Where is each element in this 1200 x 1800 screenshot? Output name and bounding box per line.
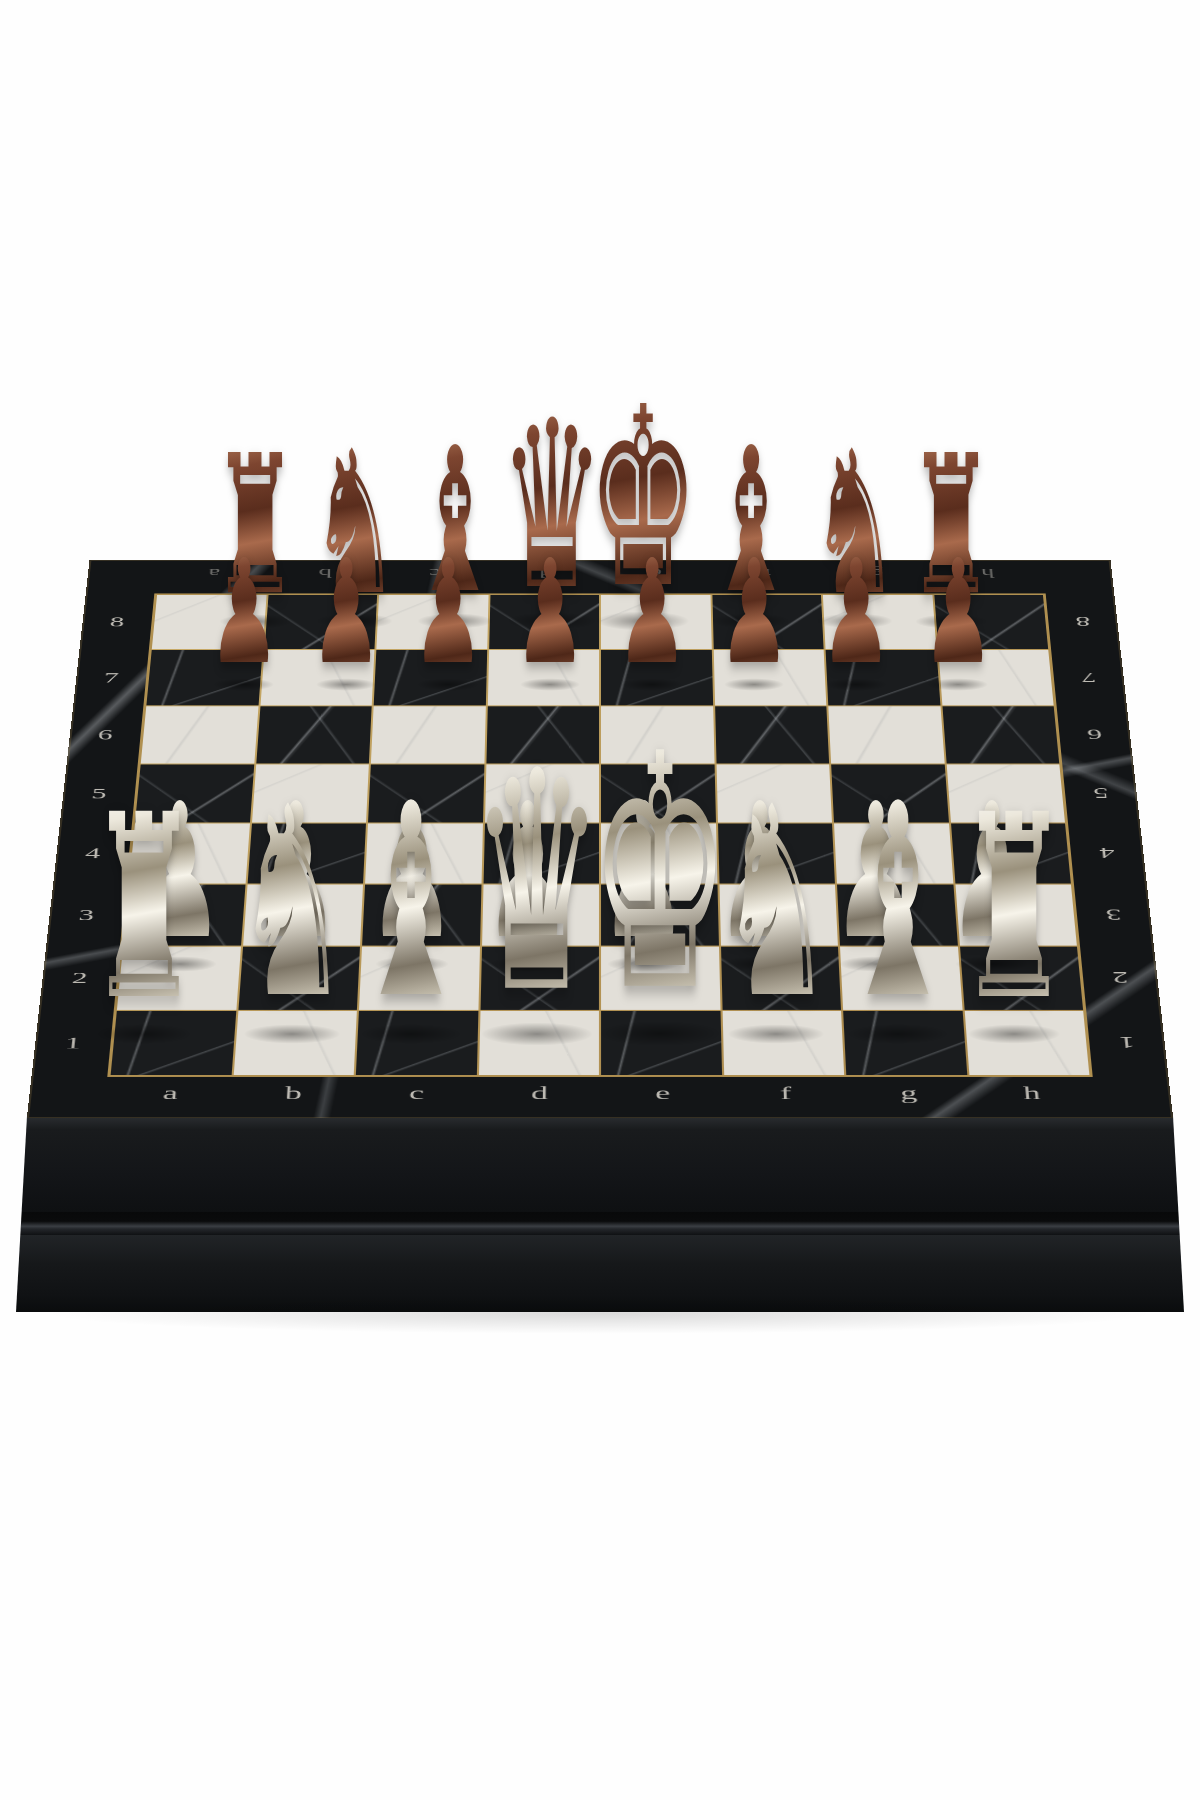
piece-glyph: ♚: [589, 711, 731, 1035]
piece-glyph: ♜: [958, 781, 1069, 1035]
piece-glyph: ♟: [310, 541, 382, 685]
piece-glyph: ♟: [922, 541, 994, 685]
piece-white-knight: ♞: [719, 773, 834, 1035]
piece-glyph: ♟: [514, 541, 586, 685]
piece-glyph: ♞: [719, 773, 834, 1035]
piece-white-queen: ♛: [471, 732, 604, 1035]
piece-black-pawn: ♟: [208, 541, 280, 685]
piece-glyph: ♜: [88, 781, 199, 1035]
piece-white-bishop: ♝: [840, 769, 957, 1036]
product-photo: 1122334455667788aabbccddeeffgghh ♜♞♝♛♚♝♞…: [0, 0, 1200, 1800]
piece-glyph: ♞: [235, 773, 350, 1035]
piece-glyph: ♟: [616, 541, 688, 685]
piece-white-knight: ♞: [235, 773, 350, 1035]
piece-glyph: ♟: [718, 541, 790, 685]
pieces-layer: ♜♞♝♛♚♝♞♜♟♟♟♟♟♟♟♟♟♟♟♟♟♟♟♟♜♞♝♛♚♞♝♜: [0, 0, 1200, 1800]
piece-black-pawn: ♟: [718, 541, 790, 685]
piece-glyph: ♟: [208, 541, 280, 685]
piece-black-pawn: ♟: [820, 541, 892, 685]
piece-black-pawn: ♟: [310, 541, 382, 685]
piece-white-king: ♚: [589, 711, 731, 1035]
piece-white-bishop: ♝: [353, 769, 470, 1036]
piece-glyph: ♝: [353, 769, 470, 1036]
piece-black-pawn: ♟: [922, 541, 994, 685]
piece-glyph: ♟: [412, 541, 484, 685]
piece-glyph: ♛: [471, 732, 604, 1035]
piece-black-pawn: ♟: [616, 541, 688, 685]
piece-glyph: ♝: [840, 769, 957, 1036]
piece-white-rook: ♜: [958, 781, 1069, 1035]
piece-black-pawn: ♟: [412, 541, 484, 685]
piece-black-pawn: ♟: [514, 541, 586, 685]
piece-glyph: ♟: [820, 541, 892, 685]
piece-white-rook: ♜: [88, 781, 199, 1035]
